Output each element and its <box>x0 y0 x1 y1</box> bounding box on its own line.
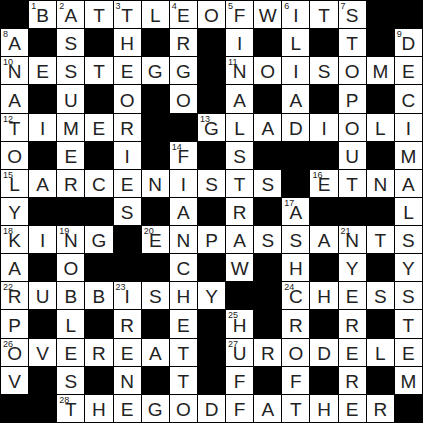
black-cell <box>198 198 226 226</box>
black-cell <box>310 198 338 226</box>
letter-cell[interactable]: T <box>395 310 423 338</box>
cell-letter: N <box>142 175 169 194</box>
cell-letter: E <box>114 175 141 194</box>
letter-cell[interactable]: E <box>339 395 367 423</box>
letter-cell[interactable]: O <box>170 395 198 423</box>
black-cell <box>142 367 170 395</box>
letter-cell[interactable]: L <box>395 198 423 226</box>
letter-cell[interactable]: E <box>339 282 367 310</box>
letter-cell[interactable]: A <box>142 339 170 367</box>
letter-cell[interactable]: A <box>310 226 338 254</box>
cell-letter: K <box>1 231 28 250</box>
letter-cell[interactable]: N <box>170 226 198 254</box>
letter-cell[interactable]: E <box>57 339 85 367</box>
black-cell <box>254 310 282 338</box>
cell-letter: S <box>254 175 281 194</box>
letter-cell[interactable]: S <box>57 367 85 395</box>
letter-cell[interactable]: T <box>339 29 367 57</box>
cell-letter: L <box>226 119 253 138</box>
letter-cell[interactable]: H <box>310 395 338 423</box>
letter-cell[interactable]: 17A <box>282 198 310 226</box>
letter-cell[interactable]: O <box>1 142 29 170</box>
letter-cell[interactable]: A <box>1 85 29 113</box>
cell-letter: H <box>310 400 337 419</box>
black-cell <box>310 254 338 282</box>
letter-cell[interactable]: 5F <box>226 1 254 29</box>
black-cell <box>142 114 170 142</box>
letter-cell[interactable]: F <box>226 367 254 395</box>
black-cell <box>29 29 57 57</box>
black-cell <box>254 367 282 395</box>
cell-letter: U <box>226 344 253 363</box>
black-cell <box>367 1 395 29</box>
cell-letter: D <box>282 119 309 138</box>
cell-letter: S <box>367 287 394 306</box>
crossword-board: 1B2AT3TL4EO5FW6IT7S8ASHRILT9D10NESTEGG11… <box>0 0 423 423</box>
black-cell <box>198 57 226 85</box>
letter-cell[interactable]: P <box>198 226 226 254</box>
cell-letter: V <box>1 372 28 391</box>
cell-letter: A <box>226 231 253 250</box>
cell-letter: T <box>85 62 112 81</box>
cell-letter: R <box>57 175 84 194</box>
letter-cell[interactable]: S <box>142 282 170 310</box>
letter-cell[interactable]: R <box>282 310 310 338</box>
cell-letter: E <box>57 147 84 166</box>
cell-letter: G <box>142 62 169 81</box>
letter-cell[interactable]: Y <box>198 282 226 310</box>
cell-letter: I <box>282 6 309 25</box>
cell-letter: E <box>29 62 56 81</box>
black-cell <box>1 1 29 29</box>
cell-letter: T <box>1 119 28 138</box>
cell-letter: W <box>226 259 253 278</box>
letter-cell[interactable]: L <box>367 339 395 367</box>
letter-cell[interactable]: S <box>226 142 254 170</box>
letter-cell[interactable]: C <box>395 85 423 113</box>
cell-letter: S <box>395 287 422 306</box>
crossword-grid: 1B2AT3TL4EO5FW6IT7S8ASHRILT9D10NESTEGG11… <box>0 0 423 423</box>
cell-letter: B <box>57 287 84 306</box>
cell-letter: R <box>282 316 309 335</box>
cell-letter: T <box>85 6 112 25</box>
letter-cell[interactable]: 12T <box>1 114 29 142</box>
black-cell <box>85 198 113 226</box>
letter-cell[interactable]: V <box>1 367 29 395</box>
letter-cell[interactable]: 7S <box>339 1 367 29</box>
letter-cell[interactable]: 27U <box>226 339 254 367</box>
letter-cell[interactable]: E <box>29 57 57 85</box>
cell-letter: D <box>395 34 422 53</box>
black-cell <box>226 282 254 310</box>
letter-cell[interactable]: Y <box>339 254 367 282</box>
black-cell <box>85 254 113 282</box>
letter-cell[interactable]: S <box>367 282 395 310</box>
letter-cell[interactable]: 8A <box>1 29 29 57</box>
letter-cell[interactable]: D <box>198 395 226 423</box>
cell-letter: I <box>310 119 337 138</box>
black-cell <box>367 254 395 282</box>
letter-cell[interactable]: 28T <box>57 395 85 423</box>
cell-letter: I <box>114 147 141 166</box>
letter-cell[interactable]: T <box>170 339 198 367</box>
cell-letter: Y <box>395 259 422 278</box>
letter-cell[interactable]: S <box>198 170 226 198</box>
letter-cell[interactable]: I <box>226 29 254 57</box>
letter-cell[interactable]: 21N <box>339 226 367 254</box>
cell-letter: O <box>57 259 84 278</box>
letter-cell[interactable]: C <box>85 170 113 198</box>
letter-cell[interactable]: A <box>29 170 57 198</box>
cell-letter: S <box>310 62 337 81</box>
cell-letter: O <box>1 344 28 363</box>
black-cell <box>282 170 310 198</box>
cell-letter: T <box>339 175 366 194</box>
cell-letter: E <box>170 6 197 25</box>
letter-cell[interactable]: P <box>339 85 367 113</box>
cell-letter: W <box>254 6 281 25</box>
letter-cell[interactable]: 18K <box>1 226 29 254</box>
cell-letter: E <box>114 400 141 419</box>
black-cell <box>395 1 423 29</box>
cell-letter: V <box>29 344 56 363</box>
letter-cell[interactable]: N <box>142 170 170 198</box>
letter-cell[interactable]: L <box>226 114 254 142</box>
letter-cell[interactable]: F <box>226 395 254 423</box>
letter-cell[interactable]: 19N <box>57 226 85 254</box>
black-cell <box>310 142 338 170</box>
letter-cell[interactable]: R <box>254 339 282 367</box>
letter-cell[interactable]: R <box>170 29 198 57</box>
letter-cell[interactable]: G <box>142 57 170 85</box>
letter-cell[interactable]: L <box>282 29 310 57</box>
letter-cell[interactable]: S <box>254 226 282 254</box>
letter-cell[interactable]: 26O <box>1 339 29 367</box>
cell-letter: I <box>170 175 197 194</box>
cell-letter: I <box>282 62 309 81</box>
letter-cell[interactable]: O <box>339 57 367 85</box>
letter-cell[interactable]: T <box>85 57 113 85</box>
cell-letter: E <box>85 119 112 138</box>
letter-cell[interactable]: R <box>85 339 113 367</box>
black-cell <box>114 254 142 282</box>
letter-cell[interactable]: B <box>85 282 113 310</box>
letter-cell[interactable]: G <box>170 57 198 85</box>
letter-cell[interactable]: Y <box>395 254 423 282</box>
cell-letter: C <box>282 287 309 306</box>
black-cell <box>254 254 282 282</box>
letter-cell[interactable]: M <box>367 57 395 85</box>
cell-letter: T <box>310 6 337 25</box>
cell-letter: R <box>1 287 28 306</box>
letter-cell[interactable]: A <box>226 85 254 113</box>
cell-letter: D <box>198 400 225 419</box>
letter-cell[interactable]: I <box>282 57 310 85</box>
cell-letter: E <box>170 316 197 335</box>
letter-cell[interactable]: O <box>170 85 198 113</box>
cell-letter: G <box>198 119 225 138</box>
black-cell <box>254 282 282 310</box>
cell-letter: N <box>57 231 84 250</box>
black-cell <box>114 226 142 254</box>
letter-cell[interactable]: D <box>310 339 338 367</box>
black-cell <box>339 198 367 226</box>
letter-cell[interactable]: H <box>170 282 198 310</box>
letter-cell[interactable]: O <box>282 339 310 367</box>
black-cell <box>254 29 282 57</box>
cell-letter: C <box>170 259 197 278</box>
cell-letter: S <box>198 175 225 194</box>
letter-cell[interactable]: E <box>57 142 85 170</box>
letter-cell[interactable]: N <box>367 170 395 198</box>
letter-cell[interactable]: E <box>114 57 142 85</box>
cell-letter: C <box>395 91 422 110</box>
black-cell <box>85 29 113 57</box>
letter-cell[interactable]: T <box>339 170 367 198</box>
letter-cell[interactable]: E <box>114 395 142 423</box>
cell-letter: N <box>367 175 394 194</box>
black-cell <box>367 85 395 113</box>
cell-letter: Y <box>198 287 225 306</box>
letter-cell[interactable]: L <box>367 114 395 142</box>
cell-letter: E <box>310 175 337 194</box>
letter-cell[interactable]: F <box>282 367 310 395</box>
letter-cell[interactable]: I <box>29 114 57 142</box>
letter-cell[interactable]: S <box>57 57 85 85</box>
letter-cell[interactable]: Y <box>1 198 29 226</box>
letter-cell[interactable]: G <box>85 226 113 254</box>
cell-letter: E <box>395 344 422 363</box>
letter-cell[interactable]: A <box>226 226 254 254</box>
letter-cell[interactable]: D <box>282 114 310 142</box>
letter-cell[interactable]: O <box>198 1 226 29</box>
cell-letter: R <box>226 203 253 222</box>
black-cell <box>29 85 57 113</box>
cell-letter: I <box>29 119 56 138</box>
letter-cell[interactable]: S <box>282 226 310 254</box>
black-cell <box>170 114 198 142</box>
letter-cell[interactable]: I <box>114 142 142 170</box>
cell-letter: T <box>339 34 366 53</box>
cell-letter: O <box>339 119 366 138</box>
letter-cell[interactable]: O <box>339 114 367 142</box>
letter-cell[interactable]: U <box>57 85 85 113</box>
cell-letter: R <box>114 316 141 335</box>
letter-cell[interactable]: A <box>254 395 282 423</box>
cell-letter: E <box>114 344 141 363</box>
letter-cell[interactable]: I <box>310 114 338 142</box>
black-cell <box>29 395 57 423</box>
letter-cell[interactable]: W <box>254 1 282 29</box>
black-cell <box>395 395 423 423</box>
letter-cell[interactable]: G <box>142 395 170 423</box>
letter-cell[interactable]: 24C <box>282 282 310 310</box>
cell-letter: A <box>395 175 422 194</box>
black-cell <box>254 142 282 170</box>
letter-cell[interactable]: S <box>254 170 282 198</box>
letter-cell[interactable]: 2A <box>57 1 85 29</box>
cell-letter: L <box>367 119 394 138</box>
cell-letter: M <box>367 62 394 81</box>
letter-cell[interactable]: I <box>29 226 57 254</box>
letter-cell[interactable]: M <box>395 367 423 395</box>
black-cell <box>57 198 85 226</box>
black-cell <box>367 29 395 57</box>
letter-cell[interactable]: 4E <box>170 1 198 29</box>
letter-cell[interactable]: R <box>114 310 142 338</box>
cell-letter: L <box>1 175 28 194</box>
letter-cell[interactable]: A <box>170 198 198 226</box>
letter-cell[interactable]: 9D <box>395 29 423 57</box>
cell-letter: O <box>254 62 281 81</box>
letter-cell[interactable]: E <box>395 57 423 85</box>
letter-cell[interactable]: S <box>57 29 85 57</box>
letter-cell[interactable]: 6I <box>282 1 310 29</box>
letter-cell[interactable]: 10N <box>1 57 29 85</box>
black-cell <box>1 395 29 423</box>
letter-cell[interactable]: E <box>395 339 423 367</box>
black-cell <box>29 198 57 226</box>
letter-cell[interactable]: T <box>85 1 113 29</box>
letter-cell[interactable]: N <box>114 367 142 395</box>
letter-cell[interactable]: T <box>226 170 254 198</box>
cell-letter: S <box>339 6 366 25</box>
letter-cell[interactable]: L <box>57 310 85 338</box>
cell-letter: T <box>395 316 422 335</box>
cell-letter: E <box>339 400 366 419</box>
letter-cell[interactable]: S <box>395 282 423 310</box>
letter-cell[interactable]: H <box>282 254 310 282</box>
cell-letter: O <box>198 6 225 25</box>
black-cell <box>367 367 395 395</box>
cell-letter: P <box>198 231 225 250</box>
cell-letter: A <box>226 91 253 110</box>
cell-letter: T <box>367 231 394 250</box>
cell-letter: L <box>282 34 309 53</box>
cell-letter: A <box>57 6 84 25</box>
black-cell <box>367 198 395 226</box>
cell-letter: R <box>170 34 197 53</box>
black-cell <box>29 142 57 170</box>
letter-cell[interactable]: O <box>57 254 85 282</box>
letter-cell[interactable]: U <box>339 142 367 170</box>
letter-cell[interactable]: H <box>114 29 142 57</box>
letter-cell[interactable]: A <box>395 170 423 198</box>
cell-letter: C <box>85 175 112 194</box>
letter-cell[interactable]: I <box>170 170 198 198</box>
letter-cell[interactable]: H <box>310 282 338 310</box>
cell-letter: O <box>1 147 28 166</box>
letter-cell[interactable]: O <box>114 85 142 113</box>
letter-cell[interactable]: U <box>29 282 57 310</box>
letter-cell[interactable]: T <box>282 395 310 423</box>
letter-cell[interactable]: 25H <box>226 310 254 338</box>
cell-letter: U <box>29 287 56 306</box>
letter-cell[interactable]: E <box>170 310 198 338</box>
letter-cell[interactable]: A <box>1 254 29 282</box>
letter-cell[interactable]: 11N <box>226 57 254 85</box>
cell-letter: S <box>114 203 141 222</box>
letter-cell[interactable]: 15L <box>1 170 29 198</box>
letter-cell[interactable]: O <box>254 57 282 85</box>
letter-cell[interactable]: 3T <box>114 1 142 29</box>
black-cell <box>367 310 395 338</box>
cell-letter: H <box>226 316 253 335</box>
cell-letter: F <box>226 372 253 391</box>
cell-letter: G <box>85 231 112 250</box>
letter-cell[interactable]: M <box>395 142 423 170</box>
cell-letter: P <box>1 316 28 335</box>
letter-cell[interactable]: R <box>114 114 142 142</box>
letter-cell[interactable]: C <box>170 254 198 282</box>
letter-cell[interactable]: W <box>226 254 254 282</box>
cell-letter: H <box>170 287 197 306</box>
letter-cell[interactable]: P <box>1 310 29 338</box>
letter-cell[interactable]: S <box>114 198 142 226</box>
cell-letter: B <box>29 6 56 25</box>
letter-cell[interactable]: R <box>57 170 85 198</box>
letter-cell[interactable]: 16E <box>310 170 338 198</box>
letter-cell[interactable]: 23I <box>114 282 142 310</box>
letter-cell[interactable]: S <box>395 226 423 254</box>
letter-cell[interactable]: R <box>339 310 367 338</box>
letter-cell[interactable]: 13G <box>198 114 226 142</box>
cell-letter: N <box>339 231 366 250</box>
black-cell <box>198 310 226 338</box>
letter-cell[interactable]: T <box>310 1 338 29</box>
letter-cell[interactable]: 14F <box>170 142 198 170</box>
letter-cell[interactable]: L <box>142 1 170 29</box>
letter-cell[interactable]: 1B <box>29 1 57 29</box>
letter-cell[interactable]: V <box>29 339 57 367</box>
letter-cell[interactable]: E <box>114 339 142 367</box>
letter-cell[interactable]: E <box>114 170 142 198</box>
cell-letter: H <box>282 259 309 278</box>
letter-cell[interactable]: R <box>226 198 254 226</box>
cell-letter: F <box>170 147 197 166</box>
letter-cell[interactable]: T <box>367 226 395 254</box>
cell-letter: M <box>395 372 422 391</box>
cell-letter: O <box>114 91 141 110</box>
letter-cell[interactable]: B <box>57 282 85 310</box>
letter-cell[interactable]: A <box>254 114 282 142</box>
cell-letter: O <box>170 400 197 419</box>
cell-letter: A <box>29 175 56 194</box>
letter-cell[interactable]: E <box>85 114 113 142</box>
letter-cell[interactable]: E <box>339 339 367 367</box>
cell-letter: B <box>85 287 112 306</box>
cell-letter: A <box>282 91 309 110</box>
letter-cell[interactable]: R <box>367 395 395 423</box>
cell-letter: H <box>114 34 141 53</box>
letter-cell[interactable]: H <box>85 395 113 423</box>
letter-cell[interactable]: 22R <box>1 282 29 310</box>
letter-cell[interactable]: I <box>395 114 423 142</box>
cell-letter: I <box>395 119 422 138</box>
black-cell <box>29 367 57 395</box>
cell-letter: G <box>142 400 169 419</box>
cell-letter: P <box>339 91 366 110</box>
letter-cell[interactable]: T <box>170 367 198 395</box>
letter-cell[interactable]: S <box>310 57 338 85</box>
letter-cell[interactable]: M <box>57 114 85 142</box>
letter-cell[interactable]: 20E <box>142 226 170 254</box>
letter-cell[interactable]: R <box>339 367 367 395</box>
cell-letter: F <box>282 372 309 391</box>
black-cell <box>198 142 226 170</box>
letter-cell[interactable]: A <box>282 85 310 113</box>
black-cell <box>142 198 170 226</box>
